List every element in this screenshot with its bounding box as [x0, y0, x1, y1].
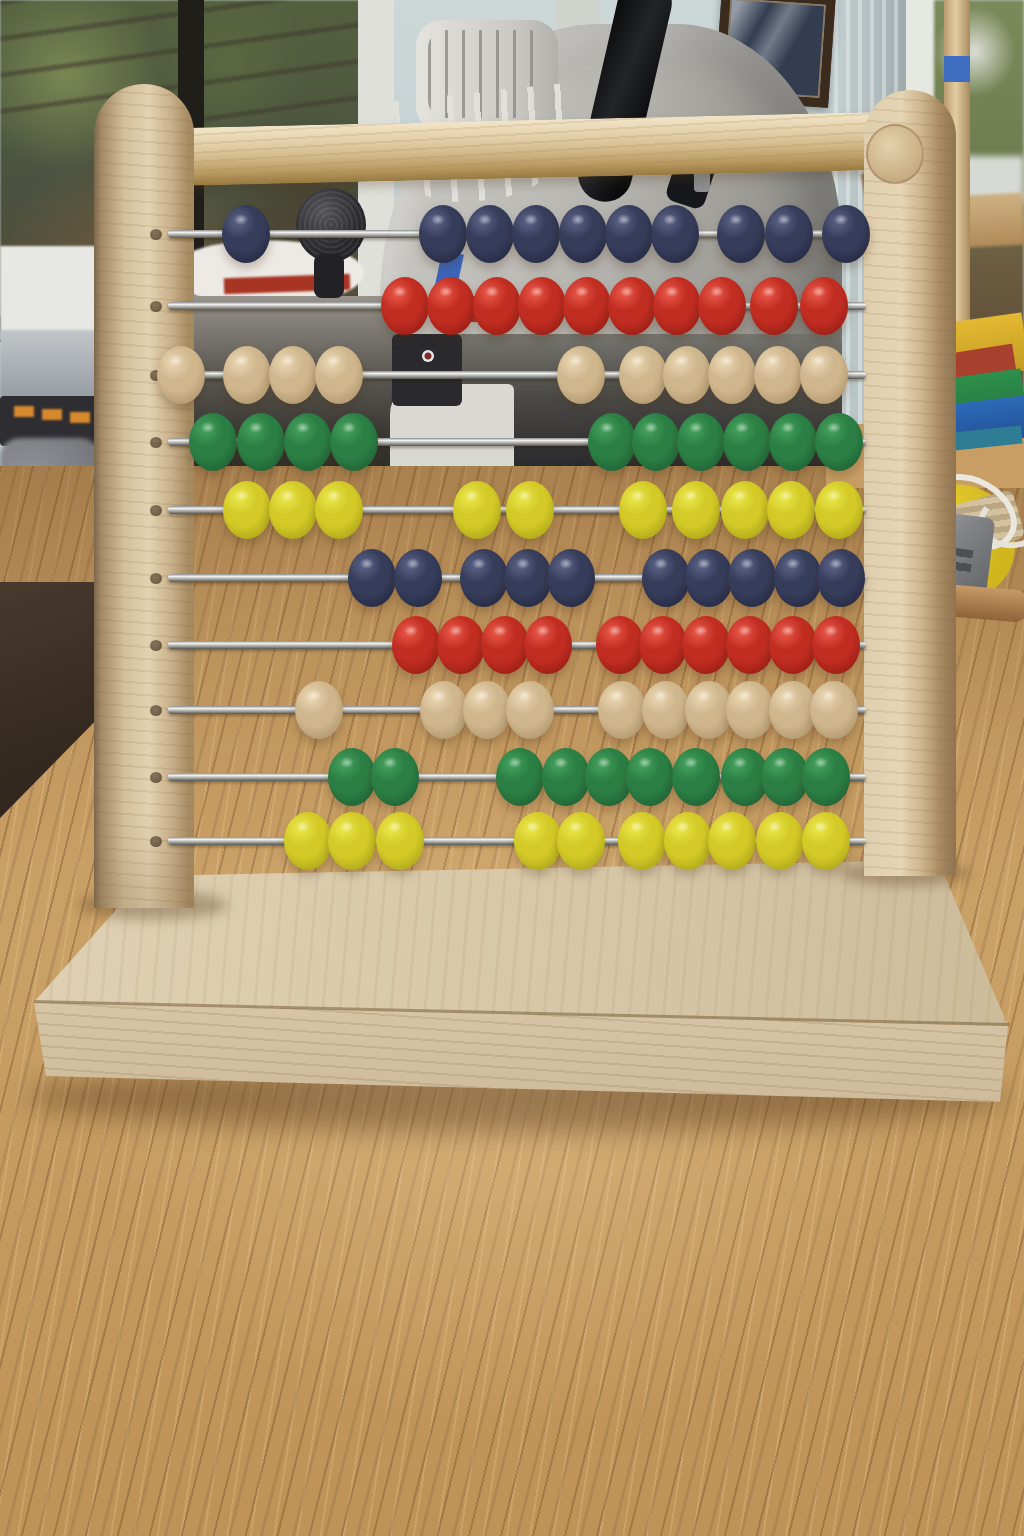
- bead-green[interactable]: [371, 748, 419, 806]
- bead-yellow[interactable]: [284, 812, 332, 870]
- bead-yellow[interactable]: [767, 481, 815, 539]
- bead-red[interactable]: [518, 277, 566, 335]
- abacus-rods: [0, 0, 1024, 1536]
- abacus-photo-scene: [0, 0, 1024, 1536]
- bead-yellow[interactable]: [618, 812, 666, 870]
- bead-yellow[interactable]: [721, 481, 769, 539]
- bead-natural[interactable]: [295, 681, 343, 739]
- bead-red[interactable]: [682, 616, 730, 674]
- bead-green[interactable]: [815, 413, 863, 471]
- bead-navy[interactable]: [651, 205, 699, 263]
- bead-red[interactable]: [769, 616, 817, 674]
- bead-navy[interactable]: [547, 549, 595, 607]
- bead-natural[interactable]: [800, 346, 848, 404]
- bead-natural[interactable]: [726, 681, 774, 739]
- bead-red[interactable]: [437, 616, 485, 674]
- bead-green[interactable]: [802, 748, 850, 806]
- rod-hole: [150, 836, 162, 847]
- bead-red[interactable]: [481, 616, 529, 674]
- bead-natural[interactable]: [619, 346, 667, 404]
- bead-red[interactable]: [427, 277, 475, 335]
- rod-hole: [150, 437, 162, 448]
- bead-yellow[interactable]: [315, 481, 363, 539]
- bead-green[interactable]: [237, 413, 285, 471]
- bead-navy[interactable]: [348, 549, 396, 607]
- bead-green[interactable]: [672, 748, 720, 806]
- bead-navy[interactable]: [466, 205, 514, 263]
- bead-natural[interactable]: [708, 346, 756, 404]
- bead-natural[interactable]: [663, 346, 711, 404]
- bead-red[interactable]: [563, 277, 611, 335]
- bead-yellow[interactable]: [506, 481, 554, 539]
- bead-navy[interactable]: [222, 205, 270, 263]
- bead-natural[interactable]: [557, 346, 605, 404]
- bead-red[interactable]: [726, 616, 774, 674]
- bead-natural[interactable]: [223, 346, 271, 404]
- bead-yellow[interactable]: [756, 812, 804, 870]
- bead-navy[interactable]: [717, 205, 765, 263]
- bead-navy[interactable]: [504, 549, 552, 607]
- rod-hole: [150, 772, 162, 783]
- bead-natural[interactable]: [642, 681, 690, 739]
- rod-hole: [150, 640, 162, 651]
- bead-red[interactable]: [392, 616, 440, 674]
- bead-yellow[interactable]: [815, 481, 863, 539]
- bead-navy[interactable]: [728, 549, 776, 607]
- bead-green[interactable]: [284, 413, 332, 471]
- rod-hole: [150, 229, 162, 240]
- bead-yellow[interactable]: [328, 812, 376, 870]
- bead-red[interactable]: [608, 277, 656, 335]
- bead-red[interactable]: [596, 616, 644, 674]
- bead-red[interactable]: [639, 616, 687, 674]
- bead-navy[interactable]: [512, 205, 560, 263]
- bead-red[interactable]: [750, 277, 798, 335]
- bead-natural[interactable]: [463, 681, 511, 739]
- bead-red[interactable]: [524, 616, 572, 674]
- bead-navy[interactable]: [822, 205, 870, 263]
- bead-natural[interactable]: [315, 346, 363, 404]
- bead-navy[interactable]: [605, 205, 653, 263]
- bead-yellow[interactable]: [557, 812, 605, 870]
- bead-navy[interactable]: [817, 549, 865, 607]
- bead-red[interactable]: [381, 277, 429, 335]
- bead-green[interactable]: [723, 413, 771, 471]
- bead-natural[interactable]: [269, 346, 317, 404]
- bead-navy[interactable]: [765, 205, 813, 263]
- bead-natural[interactable]: [157, 346, 205, 404]
- bead-natural[interactable]: [754, 346, 802, 404]
- bead-red[interactable]: [698, 277, 746, 335]
- bead-yellow[interactable]: [514, 812, 562, 870]
- bead-yellow[interactable]: [453, 481, 501, 539]
- bead-navy[interactable]: [774, 549, 822, 607]
- bead-navy[interactable]: [394, 549, 442, 607]
- rod-hole: [150, 573, 162, 584]
- bead-natural[interactable]: [810, 681, 858, 739]
- bead-red[interactable]: [653, 277, 701, 335]
- bead-yellow[interactable]: [269, 481, 317, 539]
- bead-green[interactable]: [328, 748, 376, 806]
- bead-navy[interactable]: [419, 205, 467, 263]
- bead-green[interactable]: [626, 748, 674, 806]
- bead-yellow[interactable]: [664, 812, 712, 870]
- rod-hole: [150, 301, 162, 312]
- rod-hole: [150, 705, 162, 716]
- bead-red[interactable]: [473, 277, 521, 335]
- bead-yellow[interactable]: [708, 812, 756, 870]
- rod-hole: [150, 505, 162, 516]
- bead-yellow[interactable]: [672, 481, 720, 539]
- bead-yellow[interactable]: [619, 481, 667, 539]
- bead-green[interactable]: [632, 413, 680, 471]
- bead-navy[interactable]: [460, 549, 508, 607]
- bead-red[interactable]: [800, 277, 848, 335]
- bead-navy[interactable]: [559, 205, 607, 263]
- bead-yellow[interactable]: [802, 812, 850, 870]
- bead-yellow[interactable]: [376, 812, 424, 870]
- bead-green[interactable]: [588, 413, 636, 471]
- bead-green[interactable]: [330, 413, 378, 471]
- bead-green[interactable]: [769, 413, 817, 471]
- bead-yellow[interactable]: [223, 481, 271, 539]
- bead-green[interactable]: [496, 748, 544, 806]
- bead-navy[interactable]: [685, 549, 733, 607]
- bead-natural[interactable]: [506, 681, 554, 739]
- bead-navy[interactable]: [642, 549, 690, 607]
- bead-green[interactable]: [677, 413, 725, 471]
- bead-natural[interactable]: [598, 681, 646, 739]
- bead-red[interactable]: [812, 616, 860, 674]
- bead-green[interactable]: [189, 413, 237, 471]
- bead-green[interactable]: [542, 748, 590, 806]
- bead-natural[interactable]: [420, 681, 468, 739]
